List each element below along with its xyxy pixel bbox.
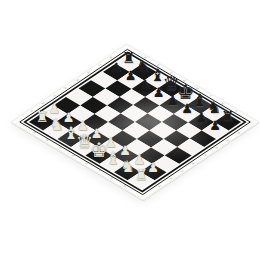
coordinate-label: 1 xyxy=(157,185,162,188)
board-border-inner-line: ♜♞♝♛♚♝♞♜♟♟♟♟♟♟♟♟♟♟♟♟♟♟♟♟♜♞♝♛♚♝♞♜ xyxy=(23,52,246,193)
coordinate-label: 2 xyxy=(168,177,173,180)
coordinate-label: 7 xyxy=(225,139,230,142)
coordinate-label: 3 xyxy=(180,170,185,173)
black-rook-a8: ♜ xyxy=(119,49,138,68)
coordinate-label: 8 xyxy=(236,131,241,134)
chess-set-product-photo: abcdefgh abcdefgh 87654321 87654321 ♜♞♝♛… xyxy=(0,0,260,260)
chess-board-sheet: abcdefgh abcdefgh 87654321 87654321 ♜♞♝♛… xyxy=(11,44,260,201)
coordinate-label: 5 xyxy=(202,154,207,157)
coordinate-label: 6 xyxy=(214,147,219,150)
chess-board: ♜♞♝♛♚♝♞♜♟♟♟♟♟♟♟♟♟♟♟♟♟♟♟♟♜♞♝♛♚♝♞♜ xyxy=(29,55,241,189)
coordinate-label: 4 xyxy=(191,162,196,165)
board-border-outer-line: ♜♞♝♛♚♝♞♜♟♟♟♟♟♟♟♟♟♟♟♟♟♟♟♟♜♞♝♛♚♝♞♜ xyxy=(19,49,251,195)
